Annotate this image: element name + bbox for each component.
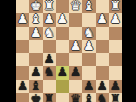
square-h3[interactable] [16, 27, 29, 40]
square-f5[interactable]: ♟ [43, 53, 56, 66]
black-bishop: ♝ [82, 92, 95, 102]
black-pawn: ♟ [16, 79, 29, 93]
square-c7[interactable]: ♟ [82, 80, 95, 93]
screenshot-stage: ♚♜♛♝♜♟♝♟♟♟♟♟♞♞♟♟♟♟♞♟♟♟♝♟♟♟♚♜♛♝♞♜ [0, 0, 136, 102]
black-rook: ♜ [43, 92, 56, 102]
square-d2[interactable] [69, 13, 82, 26]
square-b2[interactable]: ♟ [96, 13, 109, 26]
square-e7[interactable] [56, 80, 69, 93]
black-pawn: ♟ [109, 79, 122, 93]
black-pawn: ♟ [56, 65, 69, 79]
square-f2[interactable]: ♟ [43, 13, 56, 26]
square-c4[interactable]: ♟ [82, 40, 95, 53]
square-h8[interactable] [16, 93, 29, 102]
letterbox-right [122, 0, 136, 102]
white-pawn: ♟ [82, 39, 95, 53]
square-h1[interactable] [16, 0, 29, 13]
black-bishop: ♝ [29, 79, 42, 93]
square-g7[interactable]: ♝ [29, 80, 42, 93]
square-g4[interactable] [29, 40, 42, 53]
white-pawn: ♟ [43, 12, 56, 26]
square-b1[interactable] [96, 0, 109, 13]
white-pawn: ♟ [69, 39, 82, 53]
black-pawn: ♟ [29, 65, 42, 79]
square-f6[interactable]: ♞ [43, 66, 56, 79]
white-pawn: ♟ [96, 12, 109, 26]
square-b8[interactable]: ♞ [96, 93, 109, 102]
black-pawn: ♟ [82, 79, 95, 93]
square-f1[interactable]: ♜ [43, 0, 56, 13]
square-c6[interactable] [82, 66, 95, 79]
black-rook: ♜ [109, 92, 122, 102]
square-b4[interactable] [96, 40, 109, 53]
square-a7[interactable]: ♟ [109, 80, 122, 93]
black-knight: ♞ [43, 65, 56, 79]
square-f8[interactable]: ♜ [43, 93, 56, 102]
square-a5[interactable] [109, 53, 122, 66]
square-c8[interactable]: ♝ [82, 93, 95, 102]
square-g5[interactable] [29, 53, 42, 66]
square-h7[interactable]: ♟ [16, 80, 29, 93]
square-d1[interactable]: ♛ [69, 0, 82, 13]
letterbox-left [0, 0, 16, 102]
square-b5[interactable] [96, 53, 109, 66]
square-a1[interactable]: ♜ [109, 0, 122, 13]
black-queen: ♛ [69, 92, 82, 102]
square-f7[interactable] [43, 80, 56, 93]
white-rook: ♜ [43, 0, 56, 13]
white-knight: ♞ [43, 26, 56, 40]
white-bishop: ♝ [82, 0, 95, 13]
board-grid: ♚♜♛♝♜♟♝♟♟♟♟♟♞♞♟♟♟♟♞♟♟♟♝♟♟♟♚♜♛♝♞♜ [16, 0, 122, 102]
black-knight: ♞ [96, 92, 109, 102]
square-g2[interactable]: ♝ [29, 13, 42, 26]
square-e3[interactable] [56, 27, 69, 40]
square-e1[interactable] [56, 0, 69, 13]
white-bishop: ♝ [29, 12, 42, 26]
square-f4[interactable] [43, 40, 56, 53]
square-a3[interactable] [109, 27, 122, 40]
white-knight: ♞ [82, 26, 95, 40]
square-c1[interactable]: ♝ [82, 0, 95, 13]
square-d4[interactable]: ♟ [69, 40, 82, 53]
square-g8[interactable]: ♚ [29, 93, 42, 102]
square-d6[interactable]: ♟ [69, 66, 82, 79]
square-a2[interactable]: ♟ [109, 13, 122, 26]
square-c3[interactable]: ♞ [82, 27, 95, 40]
square-e6[interactable]: ♟ [56, 66, 69, 79]
white-king: ♚ [29, 0, 42, 13]
white-rook: ♜ [109, 0, 122, 13]
square-b7[interactable]: ♟ [96, 80, 109, 93]
square-g6[interactable]: ♟ [29, 66, 42, 79]
square-e8[interactable] [56, 93, 69, 102]
white-pawn: ♟ [16, 12, 29, 26]
black-pawn: ♟ [69, 65, 82, 79]
square-h5[interactable] [16, 53, 29, 66]
square-h2[interactable]: ♟ [16, 13, 29, 26]
white-pawn: ♟ [109, 12, 122, 26]
square-a6[interactable] [109, 66, 122, 79]
square-h4[interactable] [16, 40, 29, 53]
square-h6[interactable] [16, 66, 29, 79]
square-d5[interactable] [69, 53, 82, 66]
square-a8[interactable]: ♜ [109, 93, 122, 102]
square-e2[interactable]: ♟ [56, 13, 69, 26]
black-pawn: ♟ [96, 79, 109, 93]
square-c2[interactable] [82, 13, 95, 26]
square-b3[interactable] [96, 27, 109, 40]
square-d7[interactable] [69, 80, 82, 93]
square-g1[interactable]: ♚ [29, 0, 42, 13]
square-a4[interactable] [109, 40, 122, 53]
square-e4[interactable] [56, 40, 69, 53]
square-g3[interactable]: ♟ [29, 27, 42, 40]
black-king: ♚ [29, 92, 42, 102]
square-d8[interactable]: ♛ [69, 93, 82, 102]
black-pawn: ♟ [43, 52, 56, 66]
square-e5[interactable] [56, 53, 69, 66]
square-d3[interactable] [69, 27, 82, 40]
chess-board[interactable]: ♚♜♛♝♜♟♝♟♟♟♟♟♞♞♟♟♟♟♞♟♟♟♝♟♟♟♚♜♛♝♞♜ [16, 0, 122, 102]
square-b6[interactable] [96, 66, 109, 79]
white-pawn: ♟ [29, 26, 42, 40]
white-pawn: ♟ [56, 12, 69, 26]
square-c5[interactable] [82, 53, 95, 66]
square-f3[interactable]: ♞ [43, 27, 56, 40]
white-queen: ♛ [69, 0, 82, 13]
